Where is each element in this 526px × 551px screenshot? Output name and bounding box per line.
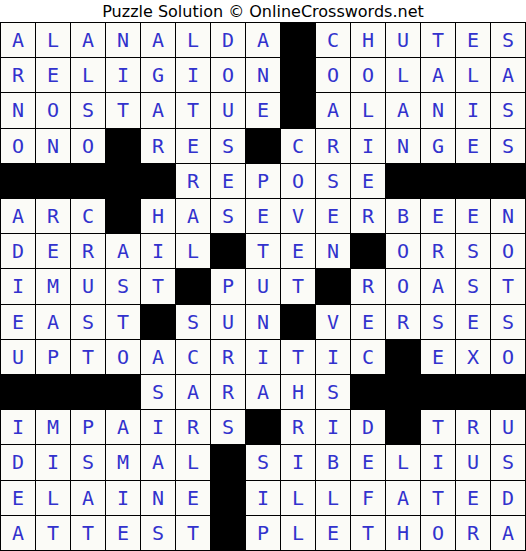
letter-cell: L: [281, 516, 315, 550]
letter-cell: A: [71, 481, 105, 515]
letter-cell: I: [106, 481, 140, 515]
letter-cell: E: [456, 199, 490, 233]
letter-cell: U: [386, 23, 420, 57]
letter-cell: A: [246, 375, 280, 409]
letter-cell: S: [211, 410, 245, 444]
letter-cell: T: [71, 516, 105, 550]
letter-cell: S: [71, 445, 105, 479]
letter-cell: R: [456, 516, 490, 550]
letter-cell: I: [246, 481, 280, 515]
letter-cell: S: [491, 305, 525, 339]
letter-cell: D: [491, 481, 525, 515]
letter-cell: I: [106, 58, 140, 92]
letter-cell: L: [176, 234, 210, 268]
letter-cell: R: [211, 375, 245, 409]
letter-cell: R: [351, 199, 385, 233]
letter-cell: E: [316, 516, 350, 550]
letter-cell: O: [1, 129, 35, 163]
letter-cell: S: [211, 199, 245, 233]
letter-cell: O: [386, 234, 420, 268]
letter-cell: A: [421, 269, 455, 303]
block-cell: [1, 375, 35, 409]
letter-cell: N: [386, 129, 420, 163]
letter-cell: R: [211, 340, 245, 374]
block-cell: [456, 375, 490, 409]
letter-cell: L: [386, 445, 420, 479]
letter-cell: U: [456, 445, 490, 479]
letter-cell: S: [71, 93, 105, 127]
letter-cell: U: [491, 410, 525, 444]
letter-cell: A: [71, 23, 105, 57]
letter-cell: T: [281, 269, 315, 303]
letter-cell: R: [141, 129, 175, 163]
block-cell: [71, 164, 105, 198]
letter-cell: T: [106, 305, 140, 339]
letter-cell: R: [176, 164, 210, 198]
letter-cell: O: [351, 58, 385, 92]
letter-cell: V: [316, 305, 350, 339]
letter-cell: S: [421, 305, 455, 339]
letter-cell: R: [1, 58, 35, 92]
letter-cell: E: [1, 305, 35, 339]
letter-cell: U: [71, 269, 105, 303]
letter-cell: E: [246, 199, 280, 233]
block-cell: [316, 269, 350, 303]
block-cell: [351, 234, 385, 268]
letter-cell: E: [456, 129, 490, 163]
letter-cell: A: [491, 58, 525, 92]
letter-cell: C: [176, 340, 210, 374]
letter-cell: E: [281, 234, 315, 268]
letter-cell: E: [421, 199, 455, 233]
block-cell: [491, 164, 525, 198]
block-cell: [211, 445, 245, 479]
block-cell: [106, 375, 140, 409]
letter-cell: U: [211, 305, 245, 339]
block-cell: [421, 375, 455, 409]
letter-cell: T: [141, 269, 175, 303]
letter-cell: E: [351, 164, 385, 198]
letter-cell: M: [36, 269, 70, 303]
letter-cell: H: [351, 23, 385, 57]
letter-cell: E: [36, 58, 70, 92]
letter-cell: H: [141, 199, 175, 233]
letter-cell: T: [176, 93, 210, 127]
letter-cell: A: [386, 93, 420, 127]
letter-cell: E: [106, 516, 140, 550]
letter-cell: L: [456, 58, 490, 92]
letter-cell: E: [456, 23, 490, 57]
crossword-grid: ALANALDACHUTESRELIGIONOOLALANOSTATUEALAN…: [0, 22, 526, 551]
letter-cell: T: [421, 23, 455, 57]
letter-cell: S: [491, 23, 525, 57]
letter-cell: E: [456, 305, 490, 339]
letter-cell: I: [1, 269, 35, 303]
letter-cell: I: [36, 445, 70, 479]
letter-cell: A: [106, 234, 140, 268]
block-cell: [36, 164, 70, 198]
letter-cell: L: [71, 58, 105, 92]
letter-cell: L: [281, 481, 315, 515]
letter-cell: O: [491, 234, 525, 268]
letter-cell: S: [491, 93, 525, 127]
letter-cell: T: [176, 516, 210, 550]
block-cell: [246, 410, 280, 444]
block-cell: [456, 164, 490, 198]
letter-cell: O: [211, 58, 245, 92]
letter-cell: C: [316, 23, 350, 57]
letter-cell: I: [1, 410, 35, 444]
letter-cell: S: [141, 516, 175, 550]
letter-cell: L: [316, 481, 350, 515]
letter-cell: N: [106, 23, 140, 57]
block-cell: [106, 164, 140, 198]
letter-cell: C: [351, 340, 385, 374]
letter-cell: O: [421, 516, 455, 550]
letter-cell: E: [316, 199, 350, 233]
letter-cell: O: [106, 340, 140, 374]
letter-cell: E: [351, 305, 385, 339]
letter-cell: A: [36, 305, 70, 339]
letter-cell: R: [176, 410, 210, 444]
block-cell: [386, 410, 420, 444]
letter-cell: A: [141, 445, 175, 479]
letter-cell: S: [141, 375, 175, 409]
letter-cell: E: [36, 234, 70, 268]
letter-cell: V: [281, 199, 315, 233]
letter-cell: E: [246, 93, 280, 127]
block-cell: [1, 164, 35, 198]
letter-cell: I: [421, 445, 455, 479]
letter-cell: O: [491, 340, 525, 374]
letter-cell: I: [141, 234, 175, 268]
block-cell: [36, 375, 70, 409]
letter-cell: R: [456, 410, 490, 444]
letter-cell: I: [316, 410, 350, 444]
letter-cell: C: [71, 199, 105, 233]
letter-cell: S: [491, 129, 525, 163]
letter-cell: N: [1, 93, 35, 127]
letter-cell: I: [351, 129, 385, 163]
letter-cell: E: [456, 481, 490, 515]
letter-cell: N: [36, 129, 70, 163]
letter-cell: L: [386, 58, 420, 92]
letter-cell: O: [281, 164, 315, 198]
letter-cell: E: [176, 129, 210, 163]
letter-cell: T: [351, 516, 385, 550]
letter-cell: T: [36, 516, 70, 550]
letter-cell: R: [421, 234, 455, 268]
block-cell: [71, 375, 105, 409]
block-cell: [281, 23, 315, 57]
block-cell: [106, 199, 140, 233]
letter-cell: D: [211, 23, 245, 57]
letter-cell: X: [456, 340, 490, 374]
letter-cell: R: [36, 199, 70, 233]
letter-cell: T: [71, 340, 105, 374]
letter-cell: C: [281, 129, 315, 163]
letter-cell: I: [246, 340, 280, 374]
letter-cell: O: [71, 129, 105, 163]
letter-cell: P: [246, 164, 280, 198]
letter-cell: O: [386, 269, 420, 303]
letter-cell: A: [1, 23, 35, 57]
letter-cell: M: [106, 445, 140, 479]
block-cell: [141, 164, 175, 198]
letter-cell: R: [281, 410, 315, 444]
block-cell: [141, 305, 175, 339]
letter-cell: L: [36, 481, 70, 515]
block-cell: [211, 516, 245, 550]
block-cell: [246, 129, 280, 163]
letter-cell: N: [246, 58, 280, 92]
letter-cell: S: [176, 305, 210, 339]
letter-cell: A: [141, 93, 175, 127]
letter-cell: T: [491, 269, 525, 303]
letter-cell: F: [351, 481, 385, 515]
block-cell: [211, 481, 245, 515]
letter-cell: P: [71, 410, 105, 444]
letter-cell: P: [36, 340, 70, 374]
letter-cell: G: [141, 58, 175, 92]
letter-cell: D: [1, 445, 35, 479]
letter-cell: S: [316, 164, 350, 198]
letter-cell: H: [281, 375, 315, 409]
letter-cell: N: [246, 305, 280, 339]
letter-cell: A: [106, 410, 140, 444]
page-title: Puzzle Solution © OnlineCrosswords.net: [0, 0, 526, 22]
letter-cell: G: [421, 129, 455, 163]
letter-cell: T: [421, 410, 455, 444]
letter-cell: A: [316, 93, 350, 127]
block-cell: [281, 305, 315, 339]
block-cell: [176, 269, 210, 303]
letter-cell: S: [491, 445, 525, 479]
block-cell: [421, 164, 455, 198]
letter-cell: A: [141, 23, 175, 57]
letter-cell: I: [316, 340, 350, 374]
letter-cell: A: [1, 199, 35, 233]
letter-cell: P: [246, 516, 280, 550]
block-cell: [351, 375, 385, 409]
letter-cell: A: [1, 516, 35, 550]
letter-cell: R: [386, 305, 420, 339]
letter-cell: N: [421, 93, 455, 127]
letter-cell: U: [211, 93, 245, 127]
letter-cell: E: [421, 340, 455, 374]
letter-cell: I: [456, 93, 490, 127]
letter-cell: S: [71, 305, 105, 339]
letter-cell: E: [211, 164, 245, 198]
letter-cell: R: [316, 129, 350, 163]
letter-cell: A: [246, 23, 280, 57]
letter-cell: T: [106, 93, 140, 127]
letter-cell: N: [141, 481, 175, 515]
block-cell: [386, 375, 420, 409]
letter-cell: B: [386, 199, 420, 233]
letter-cell: M: [36, 410, 70, 444]
letter-cell: L: [176, 23, 210, 57]
letter-cell: P: [211, 269, 245, 303]
block-cell: [386, 164, 420, 198]
letter-cell: A: [141, 340, 175, 374]
letter-cell: T: [421, 481, 455, 515]
letter-cell: D: [1, 234, 35, 268]
letter-cell: S: [456, 234, 490, 268]
letter-cell: L: [351, 93, 385, 127]
letter-cell: E: [1, 481, 35, 515]
letter-cell: R: [71, 234, 105, 268]
letter-cell: U: [1, 340, 35, 374]
letter-cell: T: [246, 234, 280, 268]
letter-cell: L: [36, 23, 70, 57]
letter-cell: O: [316, 58, 350, 92]
letter-cell: I: [176, 58, 210, 92]
letter-cell: I: [141, 410, 175, 444]
letter-cell: L: [176, 445, 210, 479]
letter-cell: S: [246, 445, 280, 479]
letter-cell: S: [456, 269, 490, 303]
letter-cell: A: [176, 375, 210, 409]
letter-cell: E: [176, 481, 210, 515]
letter-cell: H: [386, 516, 420, 550]
block-cell: [281, 58, 315, 92]
letter-cell: B: [316, 445, 350, 479]
block-cell: [491, 375, 525, 409]
letter-cell: S: [316, 375, 350, 409]
block-cell: [281, 93, 315, 127]
block-cell: [211, 234, 245, 268]
letter-cell: I: [281, 445, 315, 479]
letter-cell: A: [421, 58, 455, 92]
letter-cell: N: [316, 234, 350, 268]
letter-cell: S: [106, 269, 140, 303]
letter-cell: D: [351, 410, 385, 444]
letter-cell: S: [211, 129, 245, 163]
block-cell: [386, 340, 420, 374]
letter-cell: U: [246, 269, 280, 303]
letter-cell: O: [36, 93, 70, 127]
block-cell: [106, 129, 140, 163]
letter-cell: A: [176, 199, 210, 233]
letter-cell: N: [491, 199, 525, 233]
letter-cell: T: [281, 340, 315, 374]
letter-cell: R: [351, 269, 385, 303]
letter-cell: A: [386, 481, 420, 515]
letter-cell: E: [351, 445, 385, 479]
puzzle-solution-page: Puzzle Solution © OnlineCrosswords.net A…: [0, 0, 526, 551]
letter-cell: A: [491, 516, 525, 550]
